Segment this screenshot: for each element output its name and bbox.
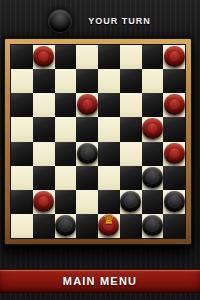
square-d2[interactable] (76, 69, 98, 93)
square-f7[interactable] (120, 190, 142, 214)
square-c2[interactable] (55, 69, 77, 93)
square-b2[interactable] (33, 69, 55, 93)
turn-label: YOUR TURN (88, 16, 151, 26)
red-piece[interactable] (164, 143, 185, 164)
square-h4[interactable] (163, 117, 185, 141)
black-piece[interactable] (55, 215, 76, 236)
red-piece[interactable] (33, 46, 54, 67)
square-f8[interactable] (120, 214, 142, 238)
square-c4[interactable] (55, 117, 77, 141)
square-c8[interactable] (55, 214, 77, 238)
black-piece[interactable] (120, 191, 141, 212)
red-piece[interactable] (77, 94, 98, 115)
red-piece[interactable] (33, 191, 54, 212)
square-g2[interactable] (142, 69, 164, 93)
square-f6[interactable] (120, 166, 142, 190)
square-h6[interactable] (163, 166, 185, 190)
square-e4[interactable] (98, 117, 120, 141)
square-a4[interactable] (11, 117, 33, 141)
square-a8[interactable] (11, 214, 33, 238)
square-h5[interactable] (163, 142, 185, 166)
square-f5[interactable] (120, 142, 142, 166)
black-piece[interactable] (142, 215, 163, 236)
black-checker-icon (49, 10, 71, 32)
king-crown-icon: ♛ (98, 212, 119, 226)
red-piece[interactable] (164, 46, 185, 67)
main-menu-label: MAIN MENU (63, 275, 137, 287)
square-b7[interactable] (33, 190, 55, 214)
red-piece[interactable] (142, 118, 163, 139)
turn-indicator: YOUR TURN (0, 8, 200, 33)
square-a3[interactable] (11, 93, 33, 117)
square-g7[interactable] (142, 190, 164, 214)
checkers-board: ♛ (4, 38, 192, 245)
square-f1[interactable] (120, 45, 142, 69)
square-c1[interactable] (55, 45, 77, 69)
square-a6[interactable] (11, 166, 33, 190)
square-g5[interactable] (142, 142, 164, 166)
square-c3[interactable] (55, 93, 77, 117)
square-a7[interactable] (11, 190, 33, 214)
square-g4[interactable] (142, 117, 164, 141)
square-b8[interactable] (33, 214, 55, 238)
black-piece[interactable] (77, 143, 98, 164)
square-b5[interactable] (33, 142, 55, 166)
square-d4[interactable] (76, 117, 98, 141)
square-a5[interactable] (11, 142, 33, 166)
square-f2[interactable] (120, 69, 142, 93)
square-e6[interactable] (98, 166, 120, 190)
red-king-piece[interactable]: ♛ (98, 215, 119, 236)
square-c7[interactable] (55, 190, 77, 214)
red-piece[interactable] (164, 94, 185, 115)
square-d1[interactable] (76, 45, 98, 69)
square-b1[interactable] (33, 45, 55, 69)
square-h7[interactable] (163, 190, 185, 214)
square-d8[interactable] (76, 214, 98, 238)
square-d5[interactable] (76, 142, 98, 166)
main-menu-button[interactable]: MAIN MENU (0, 269, 200, 293)
square-a2[interactable] (11, 69, 33, 93)
board-grid: ♛ (10, 44, 186, 239)
square-g8[interactable] (142, 214, 164, 238)
square-f3[interactable] (120, 93, 142, 117)
square-g1[interactable] (142, 45, 164, 69)
square-e3[interactable] (98, 93, 120, 117)
square-d6[interactable] (76, 166, 98, 190)
square-e8[interactable]: ♛ (98, 214, 120, 238)
black-piece[interactable] (164, 191, 185, 212)
square-g3[interactable] (142, 93, 164, 117)
square-c6[interactable] (55, 166, 77, 190)
square-e1[interactable] (98, 45, 120, 69)
square-a1[interactable] (11, 45, 33, 69)
square-d7[interactable] (76, 190, 98, 214)
app-screen: YOUR TURN ♛ MAIN MENU (0, 0, 200, 300)
square-c5[interactable] (55, 142, 77, 166)
square-h1[interactable] (163, 45, 185, 69)
square-h3[interactable] (163, 93, 185, 117)
square-b3[interactable] (33, 93, 55, 117)
square-b4[interactable] (33, 117, 55, 141)
square-e5[interactable] (98, 142, 120, 166)
square-b6[interactable] (33, 166, 55, 190)
black-piece[interactable] (142, 167, 163, 188)
square-h8[interactable] (163, 214, 185, 238)
square-g6[interactable] (142, 166, 164, 190)
square-h2[interactable] (163, 69, 185, 93)
square-e2[interactable] (98, 69, 120, 93)
square-f4[interactable] (120, 117, 142, 141)
square-d3[interactable] (76, 93, 98, 117)
